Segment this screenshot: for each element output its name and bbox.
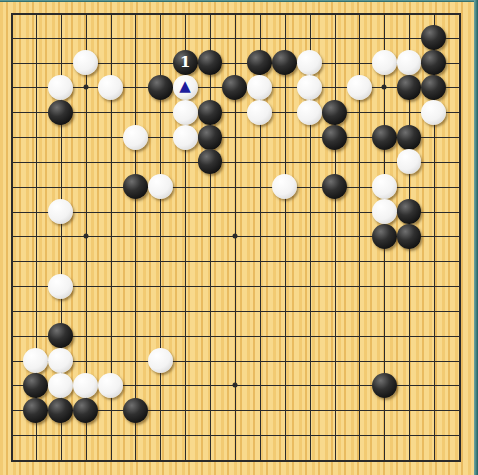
intersection[interactable] (198, 249, 223, 274)
intersection[interactable] (0, 150, 23, 175)
intersection[interactable] (0, 274, 23, 299)
intersection[interactable] (98, 199, 123, 224)
intersection[interactable] (123, 150, 148, 175)
intersection[interactable] (98, 174, 123, 199)
intersection[interactable] (48, 174, 73, 199)
intersection[interactable] (372, 150, 397, 175)
intersection[interactable] (48, 150, 73, 175)
intersection[interactable] (173, 150, 198, 175)
intersection[interactable] (272, 447, 297, 472)
intersection[interactable] (272, 199, 297, 224)
intersection[interactable] (98, 150, 123, 175)
intersection[interactable] (272, 125, 297, 150)
intersection[interactable] (98, 224, 123, 249)
intersection[interactable] (23, 50, 48, 75)
intersection[interactable] (322, 299, 347, 324)
intersection[interactable] (222, 25, 247, 50)
intersection[interactable] (148, 323, 173, 348)
intersection[interactable] (297, 423, 322, 448)
intersection[interactable] (446, 50, 471, 75)
intersection[interactable] (372, 274, 397, 299)
intersection[interactable] (0, 249, 23, 274)
intersection[interactable] (347, 25, 372, 50)
intersection[interactable] (397, 100, 422, 125)
intersection[interactable] (247, 274, 272, 299)
intersection[interactable] (347, 373, 372, 398)
intersection[interactable] (73, 249, 98, 274)
intersection[interactable] (397, 323, 422, 348)
intersection[interactable] (421, 323, 446, 348)
intersection[interactable] (421, 447, 446, 472)
intersection[interactable] (148, 150, 173, 175)
intersection[interactable] (73, 447, 98, 472)
intersection[interactable] (322, 398, 347, 423)
intersection[interactable] (48, 1, 73, 26)
intersection[interactable] (446, 199, 471, 224)
intersection[interactable] (372, 299, 397, 324)
intersection[interactable] (372, 373, 397, 398)
intersection[interactable] (48, 224, 73, 249)
intersection[interactable] (222, 75, 247, 100)
intersection[interactable] (446, 447, 471, 472)
intersection[interactable] (123, 299, 148, 324)
intersection[interactable] (446, 1, 471, 26)
intersection[interactable] (222, 274, 247, 299)
intersection[interactable] (421, 125, 446, 150)
intersection[interactable] (297, 447, 322, 472)
intersection[interactable] (148, 249, 173, 274)
intersection[interactable] (247, 398, 272, 423)
intersection[interactable] (446, 398, 471, 423)
intersection[interactable] (173, 25, 198, 50)
intersection[interactable] (397, 25, 422, 50)
intersection[interactable] (322, 75, 347, 100)
intersection[interactable] (73, 274, 98, 299)
intersection[interactable] (48, 274, 73, 299)
intersection[interactable] (222, 348, 247, 373)
intersection[interactable] (173, 323, 198, 348)
intersection[interactable] (421, 100, 446, 125)
intersection[interactable] (23, 348, 48, 373)
intersection[interactable] (272, 373, 297, 398)
intersection[interactable] (0, 174, 23, 199)
intersection[interactable] (347, 348, 372, 373)
intersection[interactable] (372, 100, 397, 125)
intersection[interactable] (198, 447, 223, 472)
intersection[interactable] (23, 199, 48, 224)
intersection[interactable] (98, 125, 123, 150)
intersection[interactable] (222, 125, 247, 150)
intersection[interactable] (297, 100, 322, 125)
intersection[interactable] (297, 150, 322, 175)
intersection[interactable] (372, 348, 397, 373)
intersection[interactable] (222, 299, 247, 324)
intersection[interactable] (247, 249, 272, 274)
intersection[interactable] (0, 447, 23, 472)
intersection[interactable] (322, 174, 347, 199)
intersection[interactable] (198, 50, 223, 75)
intersection[interactable] (272, 50, 297, 75)
intersection[interactable] (73, 199, 98, 224)
intersection[interactable] (23, 150, 48, 175)
intersection[interactable] (48, 447, 73, 472)
intersection[interactable] (198, 274, 223, 299)
intersection[interactable] (347, 1, 372, 26)
intersection[interactable] (372, 50, 397, 75)
intersection[interactable] (48, 125, 73, 150)
intersection[interactable] (123, 323, 148, 348)
intersection[interactable] (148, 348, 173, 373)
intersection[interactable] (247, 75, 272, 100)
intersection[interactable] (421, 348, 446, 373)
intersection[interactable] (198, 25, 223, 50)
intersection[interactable] (347, 249, 372, 274)
intersection[interactable] (297, 1, 322, 26)
intersection[interactable] (98, 25, 123, 50)
intersection[interactable] (421, 50, 446, 75)
intersection[interactable] (347, 398, 372, 423)
intersection[interactable] (173, 423, 198, 448)
intersection[interactable] (123, 398, 148, 423)
intersection[interactable] (173, 249, 198, 274)
intersection[interactable] (123, 348, 148, 373)
intersection[interactable] (23, 125, 48, 150)
intersection[interactable] (247, 150, 272, 175)
intersection[interactable] (397, 447, 422, 472)
intersection[interactable] (446, 224, 471, 249)
intersection[interactable] (73, 224, 98, 249)
intersection[interactable] (98, 423, 123, 448)
intersection[interactable] (272, 323, 297, 348)
intersection[interactable] (297, 348, 322, 373)
intersection[interactable] (123, 100, 148, 125)
intersection[interactable] (98, 50, 123, 75)
intersection[interactable] (272, 224, 297, 249)
intersection[interactable] (148, 50, 173, 75)
intersection[interactable] (148, 75, 173, 100)
intersection[interactable] (421, 1, 446, 26)
intersection[interactable] (347, 100, 372, 125)
intersection[interactable] (98, 323, 123, 348)
intersection[interactable] (446, 373, 471, 398)
intersection[interactable] (198, 75, 223, 100)
intersection[interactable] (0, 1, 23, 26)
intersection[interactable] (173, 224, 198, 249)
intersection[interactable] (222, 150, 247, 175)
intersection[interactable] (173, 125, 198, 150)
intersection[interactable] (222, 50, 247, 75)
intersection[interactable] (446, 25, 471, 50)
intersection[interactable] (123, 274, 148, 299)
intersection[interactable] (23, 224, 48, 249)
intersection[interactable] (198, 423, 223, 448)
intersection[interactable] (198, 348, 223, 373)
intersection[interactable] (347, 423, 372, 448)
intersection[interactable] (397, 274, 422, 299)
intersection[interactable] (446, 249, 471, 274)
intersection[interactable] (148, 100, 173, 125)
intersection[interactable] (347, 50, 372, 75)
intersection[interactable] (98, 348, 123, 373)
intersection[interactable] (372, 224, 397, 249)
intersection[interactable] (322, 348, 347, 373)
intersection[interactable] (0, 323, 23, 348)
intersection[interactable] (421, 174, 446, 199)
intersection[interactable] (421, 423, 446, 448)
intersection[interactable] (73, 125, 98, 150)
intersection[interactable] (148, 274, 173, 299)
intersection[interactable] (23, 25, 48, 50)
intersection[interactable] (23, 1, 48, 26)
intersection[interactable] (198, 125, 223, 150)
intersection[interactable] (23, 274, 48, 299)
intersection[interactable] (297, 125, 322, 150)
intersection[interactable] (0, 199, 23, 224)
intersection[interactable] (198, 150, 223, 175)
intersection[interactable] (0, 25, 23, 50)
intersection[interactable] (123, 50, 148, 75)
intersection[interactable] (0, 50, 23, 75)
intersection[interactable] (222, 1, 247, 26)
intersection[interactable] (421, 398, 446, 423)
intersection[interactable] (148, 174, 173, 199)
intersection[interactable] (421, 373, 446, 398)
intersection[interactable] (23, 398, 48, 423)
intersection[interactable] (347, 125, 372, 150)
intersection[interactable] (297, 373, 322, 398)
intersection[interactable] (0, 224, 23, 249)
intersection[interactable] (123, 1, 148, 26)
intersection[interactable] (23, 100, 48, 125)
intersection[interactable] (98, 1, 123, 26)
intersection[interactable] (198, 323, 223, 348)
intersection[interactable] (73, 25, 98, 50)
intersection[interactable] (446, 100, 471, 125)
intersection[interactable] (322, 323, 347, 348)
intersection[interactable] (297, 323, 322, 348)
intersection[interactable] (446, 75, 471, 100)
intersection[interactable] (198, 174, 223, 199)
intersection[interactable] (173, 373, 198, 398)
intersection[interactable] (347, 174, 372, 199)
intersection[interactable] (48, 50, 73, 75)
intersection[interactable] (123, 75, 148, 100)
intersection[interactable] (297, 274, 322, 299)
intersection[interactable] (123, 373, 148, 398)
intersection[interactable] (98, 75, 123, 100)
intersection[interactable] (322, 150, 347, 175)
intersection[interactable] (23, 174, 48, 199)
intersection[interactable] (297, 199, 322, 224)
intersection[interactable] (98, 299, 123, 324)
intersection[interactable] (322, 125, 347, 150)
intersection[interactable] (123, 125, 148, 150)
intersection[interactable] (173, 100, 198, 125)
intersection[interactable] (0, 398, 23, 423)
intersection[interactable] (322, 199, 347, 224)
intersection[interactable] (247, 199, 272, 224)
intersection[interactable] (48, 199, 73, 224)
intersection[interactable] (148, 447, 173, 472)
intersection[interactable] (48, 373, 73, 398)
intersection[interactable] (272, 150, 297, 175)
intersection[interactable] (222, 100, 247, 125)
intersection[interactable] (322, 50, 347, 75)
intersection[interactable] (247, 174, 272, 199)
intersection[interactable] (297, 174, 322, 199)
intersection[interactable] (98, 447, 123, 472)
intersection[interactable] (421, 299, 446, 324)
intersection[interactable] (372, 447, 397, 472)
intersection[interactable] (23, 323, 48, 348)
intersection[interactable] (73, 75, 98, 100)
intersection[interactable] (322, 274, 347, 299)
intersection[interactable] (0, 100, 23, 125)
intersection[interactable] (322, 373, 347, 398)
intersection[interactable] (322, 25, 347, 50)
intersection[interactable] (198, 299, 223, 324)
intersection[interactable] (123, 447, 148, 472)
intersection[interactable] (397, 125, 422, 150)
intersection[interactable] (123, 423, 148, 448)
intersection[interactable] (148, 25, 173, 50)
intersection[interactable] (372, 75, 397, 100)
intersection[interactable] (148, 423, 173, 448)
intersection[interactable] (247, 50, 272, 75)
intersection[interactable] (347, 224, 372, 249)
intersection[interactable] (198, 100, 223, 125)
intersection[interactable] (347, 447, 372, 472)
intersection[interactable] (23, 299, 48, 324)
intersection[interactable] (123, 199, 148, 224)
intersection[interactable] (73, 174, 98, 199)
intersection[interactable] (98, 100, 123, 125)
intersection[interactable] (372, 398, 397, 423)
intersection[interactable] (0, 373, 23, 398)
intersection[interactable] (372, 323, 397, 348)
intersection[interactable] (148, 1, 173, 26)
intersection[interactable] (397, 249, 422, 274)
intersection[interactable] (372, 25, 397, 50)
intersection[interactable] (297, 75, 322, 100)
intersection[interactable] (446, 150, 471, 175)
intersection[interactable] (73, 299, 98, 324)
intersection[interactable] (272, 174, 297, 199)
intersection[interactable] (98, 373, 123, 398)
intersection[interactable] (173, 274, 198, 299)
intersection[interactable] (247, 125, 272, 150)
intersection[interactable] (421, 25, 446, 50)
intersection[interactable]: 1 (173, 50, 198, 75)
intersection[interactable] (322, 1, 347, 26)
intersection[interactable] (48, 100, 73, 125)
intersection[interactable] (347, 150, 372, 175)
intersection[interactable] (397, 423, 422, 448)
intersection[interactable] (73, 373, 98, 398)
intersection[interactable] (173, 299, 198, 324)
intersection[interactable] (347, 199, 372, 224)
intersection[interactable] (397, 224, 422, 249)
intersection[interactable] (272, 274, 297, 299)
intersection[interactable] (0, 299, 23, 324)
intersection[interactable] (297, 398, 322, 423)
intersection[interactable] (23, 249, 48, 274)
intersection[interactable] (272, 398, 297, 423)
intersection[interactable] (198, 398, 223, 423)
intersection[interactable] (173, 199, 198, 224)
intersection[interactable] (98, 249, 123, 274)
intersection[interactable] (222, 174, 247, 199)
intersection[interactable] (98, 398, 123, 423)
intersection[interactable] (73, 323, 98, 348)
intersection[interactable] (148, 373, 173, 398)
intersection[interactable] (247, 299, 272, 324)
intersection[interactable] (397, 199, 422, 224)
intersection[interactable] (247, 25, 272, 50)
intersection[interactable] (446, 299, 471, 324)
intersection[interactable] (421, 274, 446, 299)
intersection[interactable] (0, 75, 23, 100)
intersection[interactable] (173, 398, 198, 423)
intersection[interactable] (73, 150, 98, 175)
intersection[interactable] (73, 100, 98, 125)
intersection[interactable] (173, 1, 198, 26)
intersection[interactable] (322, 249, 347, 274)
intersection[interactable] (247, 323, 272, 348)
intersection[interactable] (222, 373, 247, 398)
intersection[interactable] (272, 25, 297, 50)
intersection[interactable] (48, 75, 73, 100)
intersection[interactable] (222, 323, 247, 348)
intersection[interactable] (198, 373, 223, 398)
intersection[interactable] (123, 224, 148, 249)
intersection[interactable] (297, 224, 322, 249)
intersection[interactable] (421, 224, 446, 249)
intersection[interactable]: ▲ (173, 75, 198, 100)
intersection[interactable] (397, 373, 422, 398)
intersection[interactable] (247, 423, 272, 448)
intersection[interactable] (0, 348, 23, 373)
intersection[interactable] (123, 249, 148, 274)
intersection[interactable] (272, 348, 297, 373)
intersection[interactable] (48, 398, 73, 423)
intersection[interactable] (148, 299, 173, 324)
intersection[interactable] (397, 1, 422, 26)
intersection[interactable] (73, 50, 98, 75)
intersection[interactable] (222, 423, 247, 448)
intersection[interactable] (421, 199, 446, 224)
intersection[interactable] (148, 224, 173, 249)
intersection[interactable] (446, 423, 471, 448)
intersection[interactable] (297, 299, 322, 324)
intersection[interactable] (198, 224, 223, 249)
intersection[interactable] (222, 199, 247, 224)
intersection[interactable] (222, 398, 247, 423)
intersection[interactable] (421, 150, 446, 175)
intersection[interactable] (198, 199, 223, 224)
intersection[interactable] (98, 274, 123, 299)
intersection[interactable] (148, 125, 173, 150)
intersection[interactable] (322, 423, 347, 448)
intersection[interactable] (446, 323, 471, 348)
intersection[interactable] (347, 299, 372, 324)
intersection[interactable] (347, 323, 372, 348)
intersection[interactable] (372, 423, 397, 448)
intersection[interactable] (222, 249, 247, 274)
intersection[interactable] (23, 75, 48, 100)
intersection[interactable] (123, 25, 148, 50)
intersection[interactable] (48, 323, 73, 348)
